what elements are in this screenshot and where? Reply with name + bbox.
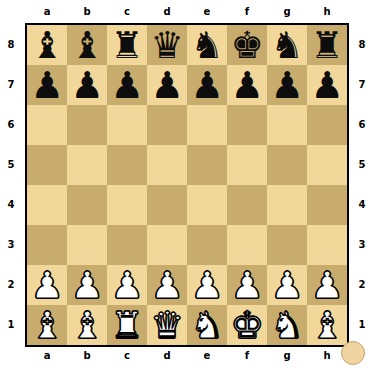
square-a6[interactable] <box>27 105 67 145</box>
square-g1[interactable]: ♞ <box>267 305 307 345</box>
square-c3[interactable] <box>107 225 147 265</box>
square-g2[interactable]: ♟ <box>267 265 307 305</box>
square-b4[interactable] <box>67 185 107 225</box>
board: ♝♝♜♛♞♚♞♜♟♟♟♟♟♟♟♟♟♟♟♟♟♟♟♟♝♝♜♛♞♚♞♝ <box>25 23 349 347</box>
white-pawn-c2[interactable]: ♟ <box>107 265 147 305</box>
square-g5[interactable] <box>267 145 307 185</box>
square-e7[interactable]: ♟ <box>187 65 227 105</box>
file-label-f: f <box>227 349 267 363</box>
square-c4[interactable] <box>107 185 147 225</box>
file-label-h: h <box>307 5 347 19</box>
white-bishop-h1[interactable]: ♝ <box>307 305 347 345</box>
rank-label-1: 1 <box>352 305 372 345</box>
square-f3[interactable] <box>227 225 267 265</box>
square-c2[interactable]: ♟ <box>107 265 147 305</box>
black-rook-h8[interactable]: ♜ <box>307 25 347 65</box>
file-label-d: d <box>147 349 187 363</box>
square-g3[interactable] <box>267 225 307 265</box>
square-h1[interactable]: ♝ <box>307 305 347 345</box>
turn-indicator-white-to-move <box>341 341 365 365</box>
rank-label-1: 1 <box>0 305 22 345</box>
white-bishop-b1[interactable]: ♝ <box>67 305 107 345</box>
rank-label-6: 6 <box>0 105 22 145</box>
black-queen-d8[interactable]: ♛ <box>147 25 187 65</box>
square-h7[interactable]: ♟ <box>307 65 347 105</box>
square-h5[interactable] <box>307 145 347 185</box>
square-e4[interactable] <box>187 185 227 225</box>
square-f1[interactable]: ♚ <box>227 305 267 345</box>
black-pawn-c7[interactable]: ♟ <box>107 65 147 105</box>
square-d3[interactable] <box>147 225 187 265</box>
square-a5[interactable] <box>27 145 67 185</box>
square-h6[interactable] <box>307 105 347 145</box>
square-b7[interactable]: ♟ <box>67 65 107 105</box>
square-g4[interactable] <box>267 185 307 225</box>
square-h2[interactable]: ♟ <box>307 265 347 305</box>
rank-label-2: 2 <box>0 265 22 305</box>
square-g8[interactable]: ♞ <box>267 25 307 65</box>
black-pawn-e7[interactable]: ♟ <box>187 65 227 105</box>
file-label-b: b <box>67 349 107 363</box>
square-e2[interactable]: ♟ <box>187 265 227 305</box>
rank-label-3: 3 <box>0 225 22 265</box>
chess-app: abcdefgh 87654321 ♝♝♜♛♞♚♞♜♟♟♟♟♟♟♟♟♟♟♟♟♟♟… <box>0 0 376 376</box>
square-c8[interactable]: ♜ <box>107 25 147 65</box>
rank-labels-left: 87654321 <box>0 25 22 345</box>
square-b3[interactable] <box>67 225 107 265</box>
black-king-f8[interactable]: ♚ <box>227 25 267 65</box>
black-pawn-d7[interactable]: ♟ <box>147 65 187 105</box>
rank-label-7: 7 <box>0 65 22 105</box>
rank-label-4: 4 <box>0 185 22 225</box>
rank-label-5: 5 <box>0 145 22 185</box>
square-b1[interactable]: ♝ <box>67 305 107 345</box>
file-labels-bottom: abcdefgh <box>27 349 347 363</box>
white-bishop-a1[interactable]: ♝ <box>27 305 67 345</box>
square-c6[interactable] <box>107 105 147 145</box>
square-h4[interactable] <box>307 185 347 225</box>
square-a3[interactable] <box>27 225 67 265</box>
square-a2[interactable]: ♟ <box>27 265 67 305</box>
file-label-f: f <box>227 5 267 19</box>
white-pawn-a2[interactable]: ♟ <box>27 265 67 305</box>
white-pawn-d2[interactable]: ♟ <box>147 265 187 305</box>
square-c1[interactable]: ♜ <box>107 305 147 345</box>
white-pawn-f2[interactable]: ♟ <box>227 265 267 305</box>
black-pawn-f7[interactable]: ♟ <box>227 65 267 105</box>
file-labels-top: abcdefgh <box>27 5 347 19</box>
square-g7[interactable]: ♟ <box>267 65 307 105</box>
square-f2[interactable]: ♟ <box>227 265 267 305</box>
black-pawn-b7[interactable]: ♟ <box>67 65 107 105</box>
square-d6[interactable] <box>147 105 187 145</box>
square-d5[interactable] <box>147 145 187 185</box>
black-rook-c8[interactable]: ♜ <box>107 25 147 65</box>
square-f7[interactable]: ♟ <box>227 65 267 105</box>
square-f4[interactable] <box>227 185 267 225</box>
square-g6[interactable] <box>267 105 307 145</box>
square-e5[interactable] <box>187 145 227 185</box>
square-d8[interactable]: ♛ <box>147 25 187 65</box>
file-label-g: g <box>267 5 307 19</box>
file-label-g: g <box>267 349 307 363</box>
square-b5[interactable] <box>67 145 107 185</box>
white-pawn-e2[interactable]: ♟ <box>187 265 227 305</box>
white-queen-d1[interactable]: ♛ <box>147 305 187 345</box>
square-a8[interactable]: ♝ <box>27 25 67 65</box>
file-label-d: d <box>147 5 187 19</box>
square-h8[interactable]: ♜ <box>307 25 347 65</box>
square-a1[interactable]: ♝ <box>27 305 67 345</box>
square-a4[interactable] <box>27 185 67 225</box>
square-e1[interactable]: ♞ <box>187 305 227 345</box>
black-knight-g8[interactable]: ♞ <box>267 25 307 65</box>
square-a7[interactable]: ♟ <box>27 65 67 105</box>
rank-label-7: 7 <box>352 65 372 105</box>
black-bishop-b8[interactable]: ♝ <box>67 25 107 65</box>
square-c7[interactable]: ♟ <box>107 65 147 105</box>
white-rook-c1[interactable]: ♜ <box>107 305 147 345</box>
square-f6[interactable] <box>227 105 267 145</box>
white-pawn-g2[interactable]: ♟ <box>267 265 307 305</box>
white-king-f1[interactable]: ♚ <box>227 305 267 345</box>
square-e3[interactable] <box>187 225 227 265</box>
black-pawn-a7[interactable]: ♟ <box>27 65 67 105</box>
square-d2[interactable]: ♟ <box>147 265 187 305</box>
square-d1[interactable]: ♛ <box>147 305 187 345</box>
black-pawn-g7[interactable]: ♟ <box>267 65 307 105</box>
file-label-c: c <box>107 5 147 19</box>
square-e6[interactable] <box>187 105 227 145</box>
white-knight-e1[interactable]: ♞ <box>187 305 227 345</box>
square-h3[interactable] <box>307 225 347 265</box>
square-d4[interactable] <box>147 185 187 225</box>
black-knight-e8[interactable]: ♞ <box>187 25 227 65</box>
black-pawn-h7[interactable]: ♟ <box>307 65 347 105</box>
file-label-a: a <box>27 5 67 19</box>
file-label-a: a <box>27 349 67 363</box>
black-bishop-a8[interactable]: ♝ <box>27 25 67 65</box>
square-b2[interactable]: ♟ <box>67 265 107 305</box>
file-label-b: b <box>67 5 107 19</box>
rank-label-5: 5 <box>352 145 372 185</box>
square-d7[interactable]: ♟ <box>147 65 187 105</box>
rank-label-8: 8 <box>0 25 22 65</box>
square-b8[interactable]: ♝ <box>67 25 107 65</box>
square-f5[interactable] <box>227 145 267 185</box>
rank-label-6: 6 <box>352 105 372 145</box>
square-c5[interactable] <box>107 145 147 185</box>
square-f8[interactable]: ♚ <box>227 25 267 65</box>
rank-label-4: 4 <box>352 185 372 225</box>
square-e8[interactable]: ♞ <box>187 25 227 65</box>
rank-label-2: 2 <box>352 265 372 305</box>
white-pawn-b2[interactable]: ♟ <box>67 265 107 305</box>
file-label-e: e <box>187 5 227 19</box>
white-pawn-h2[interactable]: ♟ <box>307 265 347 305</box>
file-label-e: e <box>187 349 227 363</box>
rank-label-3: 3 <box>352 225 372 265</box>
rank-label-8: 8 <box>352 25 372 65</box>
white-knight-g1[interactable]: ♞ <box>267 305 307 345</box>
square-b6[interactable] <box>67 105 107 145</box>
file-label-c: c <box>107 349 147 363</box>
rank-labels-right: 87654321 <box>352 25 372 345</box>
